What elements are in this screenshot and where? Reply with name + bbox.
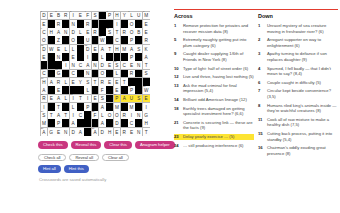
grid-cell[interactable]: S: [143, 70, 150, 78]
grid-cell[interactable]: 13D: [84, 45, 91, 53]
cell-letter: M: [122, 47, 126, 52]
clue-number: 1: [258, 23, 267, 29]
cell-letter: A: [42, 130, 45, 135]
clue-15D[interactable]: 15Cutting back process, putting it into …: [258, 131, 338, 142]
clue-24A[interactable]: 24… still producing interference (6): [174, 143, 254, 149]
grid-cell[interactable]: A: [99, 103, 106, 111]
grid-cell[interactable]: C: [70, 70, 77, 78]
grid-cell[interactable]: I: [143, 103, 150, 111]
across-clues-column: Across 1Remove protection for privates a…: [174, 13, 254, 151]
grid-cell[interactable]: S: [135, 45, 142, 53]
grid-cell[interactable]: E: [106, 78, 113, 86]
grid-cell[interactable]: S: [84, 78, 91, 86]
grid-cell[interactable]: R: [143, 36, 150, 44]
hint-all-button[interactable]: Hint all: [38, 165, 61, 173]
clue-number: 23: [174, 134, 183, 140]
cell-letter: I: [116, 22, 117, 27]
grid-cell[interactable]: 20W: [143, 86, 150, 94]
grid-cell[interactable]: 9C: [41, 28, 48, 36]
grid-cell[interactable]: C: [114, 36, 121, 44]
black-cell: [77, 86, 84, 94]
cell-letter: R: [93, 30, 96, 35]
grid-cell[interactable]: H: [114, 45, 121, 53]
grid-cell[interactable]: C: [77, 111, 84, 119]
cell-letter: E: [72, 55, 75, 60]
cell-letter: T: [115, 30, 118, 35]
clue-12A[interactable]: 12Live and thrive, having lost nothing (…: [174, 74, 254, 80]
grid-cell[interactable]: N: [92, 61, 99, 69]
clue-1A[interactable]: 1Remove protection for privates and reco…: [174, 23, 254, 34]
clue-number: 11: [258, 117, 267, 123]
grid-cell[interactable]: S: [92, 12, 99, 20]
grid-cell[interactable]: 17G: [55, 70, 62, 78]
down-clues-column: Down 1Unravel mystery of sea creature mo…: [258, 13, 338, 159]
cell-number: 7: [128, 11, 129, 14]
cell-number: 21: [41, 94, 44, 97]
grid-cell[interactable]: T: [77, 95, 84, 103]
cell-letter: E: [130, 63, 133, 68]
black-cell: [99, 20, 106, 28]
grid-cell[interactable]: H: [143, 119, 150, 127]
grid-cell[interactable]: N: [135, 128, 142, 136]
clue-16D[interactable]: 16Chairman's oddly exuding great presenc…: [258, 145, 338, 156]
grid-cell[interactable]: G: [48, 128, 55, 136]
clue-8D[interactable]: 8Humans riled king's animals inside — th…: [258, 103, 338, 114]
grid-cell[interactable]: Y: [77, 78, 84, 86]
grid-cell[interactable]: R: [62, 12, 69, 20]
grid-cell[interactable]: 14I: [62, 61, 69, 69]
grid-cell[interactable]: A: [77, 128, 84, 136]
grid-cell[interactable]: 26A: [41, 128, 48, 136]
grid-cell[interactable]: O: [70, 36, 77, 44]
clue-text: … still producing interference (6): [183, 143, 254, 149]
cell-letter: H: [115, 47, 118, 52]
grid-cell[interactable]: T: [62, 111, 69, 119]
grid-cell[interactable]: E: [143, 20, 150, 28]
cell-number: 4: [84, 11, 85, 14]
grid-cell[interactable]: A: [70, 119, 77, 127]
grid-cell[interactable]: T: [143, 61, 150, 69]
black-cell: [92, 86, 99, 94]
grid-cell[interactable]: E: [92, 45, 99, 53]
grid-cell[interactable]: 6H: [114, 12, 121, 20]
cell-letter: P: [108, 13, 111, 18]
grid-cell[interactable]: T: [48, 111, 55, 119]
grid-cell[interactable]: A: [55, 111, 62, 119]
grid-cell[interactable]: R: [55, 78, 62, 86]
grid-cell[interactable]: R: [128, 70, 135, 78]
black-cell: [48, 103, 55, 111]
black-cell: [84, 128, 91, 136]
clue-number: 9: [174, 51, 183, 57]
cell-letter: E: [42, 22, 45, 27]
grid-cell[interactable]: L: [70, 45, 77, 53]
cell-letter: H: [42, 80, 45, 85]
grid-cell[interactable]: T: [121, 78, 128, 86]
grid-cell[interactable]: O: [106, 111, 113, 119]
cell-number: 5: [106, 11, 107, 14]
black-cell: [106, 119, 113, 127]
grid-cell[interactable]: 8M: [143, 12, 150, 20]
grid-cell[interactable]: R: [55, 20, 62, 28]
grid-cell[interactable]: N: [62, 128, 69, 136]
cell-letter: L: [64, 80, 67, 85]
grid-cell[interactable]: A: [55, 95, 62, 103]
grid-cell[interactable]: D: [70, 28, 77, 36]
cell-letter: E: [145, 96, 148, 101]
grid-cell[interactable]: A: [55, 28, 62, 36]
black-cell: [92, 53, 99, 61]
cell-letter: E: [57, 88, 60, 93]
cell-letter: O: [71, 38, 75, 43]
clue-7D[interactable]: 7Circular kept beside convenience? (3,5): [258, 88, 338, 99]
grid-cell[interactable]: 2B: [55, 12, 62, 20]
grid-cell[interactable]: D: [70, 128, 77, 136]
grid-cell[interactable]: 15S: [114, 61, 121, 69]
grid-cell[interactable]: L: [99, 53, 106, 61]
crossword-grid[interactable]: 1DE2BR3IE4FS5P6HY7LU8MERNRIOE9CHANDLER10…: [40, 11, 150, 136]
cell-letter: T: [94, 80, 97, 85]
grid-cell[interactable]: E: [70, 78, 77, 86]
grid-cell[interactable]: A: [48, 78, 55, 86]
grid-cell[interactable]: N: [62, 28, 69, 36]
grid-cell[interactable]: A: [99, 119, 106, 127]
grid-cell[interactable]: 23P: [114, 95, 121, 103]
clue-text: Spurned, I fell badly — that I didn't me…: [267, 66, 338, 77]
grid-cell[interactable]: E: [77, 12, 84, 20]
clue-number: 2: [258, 37, 267, 43]
cell-letter: S: [108, 30, 111, 35]
cell-letter: B: [137, 30, 140, 35]
cell-letter: R: [101, 80, 104, 85]
grid-cell[interactable]: K: [143, 45, 150, 53]
cell-letter: L: [101, 113, 104, 118]
cell-letter: T: [145, 130, 148, 135]
grid-cell[interactable]: T: [106, 45, 113, 53]
grid-cell[interactable]: H: [106, 128, 113, 136]
grid-cell[interactable]: L: [62, 78, 69, 86]
hint-this-button[interactable]: Hint this: [64, 165, 89, 173]
clue-number: 5: [174, 37, 183, 43]
cell-letter: O: [108, 113, 112, 118]
grid-cell[interactable]: I: [84, 53, 91, 61]
grid-cell[interactable]: R: [84, 20, 91, 28]
cell-letter: R: [123, 130, 126, 135]
reveal-all-button[interactable]: Reveal all: [69, 154, 99, 161]
grid-cell[interactable]: M: [114, 103, 121, 111]
cell-letter: P: [130, 38, 133, 43]
grid-cell[interactable]: T: [92, 78, 99, 86]
grid-cell[interactable]: D: [99, 128, 106, 136]
grid-cell[interactable]: C: [121, 61, 128, 69]
grid-cell[interactable]: Y: [121, 12, 128, 20]
grid-cell[interactable]: L: [62, 95, 69, 103]
grid-cell[interactable]: C: [77, 61, 84, 69]
grid-cell[interactable]: E: [143, 28, 150, 36]
grid-cell[interactable]: L: [62, 45, 69, 53]
cell-letter: S: [115, 63, 118, 68]
cell-letter: N: [57, 55, 60, 60]
cell-letter: W: [144, 88, 148, 93]
grid-cell[interactable]: A: [121, 95, 128, 103]
grid-cell[interactable]: U: [135, 12, 142, 20]
grid-cell[interactable]: R: [99, 78, 106, 86]
grid-cell[interactable]: R: [121, 111, 128, 119]
cell-number: 16: [41, 69, 44, 72]
grid-cell[interactable]: E: [143, 95, 150, 103]
grid-cell[interactable]: E: [70, 53, 77, 61]
cell-letter: E: [108, 63, 111, 68]
grid-cell[interactable]: P: [84, 103, 91, 111]
clue-23A[interactable]: 23Delay yearly exercise … (5): [174, 134, 254, 140]
grid-cell[interactable]: 21R: [41, 95, 48, 103]
grid-cell[interactable]: E: [114, 128, 121, 136]
check-all-button[interactable]: Check all: [38, 154, 66, 161]
clue-2D[interactable]: 2Arrogant supporter on way to enlightenm…: [258, 37, 338, 48]
grid-cell[interactable]: W: [48, 45, 55, 53]
cell-number: 22: [70, 94, 73, 97]
reveal-this-button[interactable]: Reveal this: [71, 141, 102, 149]
clue-text: Delay yearly exercise … (5): [183, 134, 254, 140]
cell-letter: G: [57, 71, 61, 76]
clue-text: Circular kept beside convenience? (3,5): [267, 88, 338, 99]
clue-21A[interactable]: 21Concrete is securing link — these are …: [174, 120, 254, 131]
grid-cell[interactable]: E: [92, 95, 99, 103]
grid-cell[interactable]: R: [92, 28, 99, 36]
grid-cell[interactable]: 5P: [106, 12, 113, 20]
cell-letter: C: [130, 121, 133, 126]
grid-cell[interactable]: I: [128, 111, 135, 119]
grid-cell[interactable]: I: [84, 95, 91, 103]
black-cell: [99, 12, 106, 20]
grid-cell[interactable]: E: [55, 86, 62, 94]
black-cell: [62, 119, 69, 127]
cell-letter: O: [100, 71, 104, 76]
grid-cell[interactable]: 24S: [41, 111, 48, 119]
grid-cell[interactable]: 18H: [41, 78, 48, 86]
cell-number: 3: [70, 11, 71, 14]
black-cell: [121, 53, 128, 61]
clue-text: Chairman's oddly exuding great presence …: [267, 145, 338, 156]
grid-cell[interactable]: R: [121, 28, 128, 36]
cell-number: 15: [114, 61, 117, 64]
clue-text: Concrete is securing link — these are th…: [183, 120, 254, 131]
black-cell: [121, 103, 128, 111]
grid-cell[interactable]: Z: [55, 36, 62, 44]
clue-10A[interactable]: 10Type of light: half of street order (6…: [174, 66, 254, 72]
cell-letter: Y: [123, 13, 126, 18]
grid-cell[interactable]: T: [114, 28, 121, 36]
anagram-helper-button[interactable]: Anagram helper: [135, 141, 175, 149]
clue-11D[interactable]: 11Cook all of raw mixture to make a heal…: [258, 117, 338, 128]
clue-number: 16: [258, 145, 267, 151]
clue-number: 13: [174, 83, 183, 89]
black-cell: [48, 70, 55, 78]
black-cell: [48, 53, 55, 61]
clue-4D[interactable]: 4Spurned, I fell badly — that I didn't m…: [258, 66, 338, 77]
grid-cell[interactable]: S: [135, 95, 142, 103]
cell-letter: T: [108, 47, 111, 52]
cell-letter: S: [137, 47, 140, 52]
grid-cell[interactable]: O: [128, 28, 135, 36]
clue-9A[interactable]: 9Caught dealer supplying 1/6th of Friend…: [174, 51, 254, 62]
cell-letter: A: [101, 105, 104, 110]
autosave-note: Crosswords are saved automatically: [39, 177, 106, 182]
cell-letter: P: [130, 88, 133, 93]
grid-cell[interactable]: 1D: [41, 12, 48, 20]
grid-cell[interactable]: 12D: [41, 45, 48, 53]
cell-letter: S: [93, 13, 96, 18]
grid-cell[interactable]: N: [135, 61, 142, 69]
cell-number: 6: [114, 11, 115, 14]
grid-cell[interactable]: 7L: [128, 12, 135, 20]
black-cell: [48, 20, 55, 28]
across-heading: Across: [174, 13, 254, 19]
grid-cell[interactable]: N: [135, 111, 142, 119]
grid-cell[interactable]: I: [114, 20, 121, 28]
grid-cell[interactable]: N: [70, 61, 77, 69]
grid-cell[interactable]: 3I: [70, 12, 77, 20]
cell-letter: I: [131, 113, 132, 118]
cell-letter: C: [79, 113, 82, 118]
grid-cell[interactable]: P: [128, 53, 135, 61]
clear-all-button[interactable]: Clear all: [102, 154, 129, 161]
cell-letter: A: [101, 47, 104, 52]
cell-letter: U: [86, 38, 89, 43]
grid-cell[interactable]: E: [55, 45, 62, 53]
grid-cell[interactable]: E: [106, 61, 113, 69]
grid-cell[interactable]: G: [143, 111, 150, 119]
grid-cell[interactable]: T: [55, 103, 62, 111]
cell-letter: A: [57, 96, 60, 101]
cell-number: 14: [63, 61, 66, 64]
grid-cell[interactable]: D: [114, 119, 121, 127]
cell-letter: H: [144, 121, 147, 126]
black-cell: [106, 95, 113, 103]
cell-number: 11: [99, 36, 101, 39]
grid-cell[interactable]: A: [143, 53, 150, 61]
cell-letter: B: [57, 13, 60, 18]
grid-cell[interactable]: M: [121, 45, 128, 53]
cell-letter: D: [86, 47, 89, 52]
grid-cell[interactable]: 19P: [128, 86, 135, 94]
cell-letter: N: [71, 22, 74, 27]
cell-letter: U: [137, 13, 140, 18]
grid-cell[interactable]: L: [114, 70, 121, 78]
cell-letter: C: [123, 63, 126, 68]
black-cell: [77, 119, 84, 127]
clue-1D[interactable]: 1Unravel mystery of sea creature moving …: [258, 23, 338, 34]
grid-cell[interactable]: E: [55, 128, 62, 136]
grid-cell[interactable]: C: [128, 119, 135, 127]
grid-cell[interactable]: A: [84, 61, 91, 69]
grid-cell[interactable]: 27A: [92, 128, 99, 136]
clue-5A[interactable]: 5Extremely naughty getting put into plum…: [174, 37, 254, 48]
cell-letter: K: [145, 47, 148, 52]
cell-number: 25: [92, 111, 95, 114]
grid-cell[interactable]: E: [48, 12, 55, 20]
cell-letter: R: [57, 22, 60, 27]
grid-cell[interactable]: E: [41, 53, 48, 61]
clue-3D[interactable]: 3Apathy turning to defiance if son repla…: [258, 51, 338, 62]
grid-cell[interactable]: M: [128, 103, 135, 111]
clue-number: 15: [258, 131, 267, 137]
cell-letter: P: [115, 96, 118, 101]
cell-letter: I: [72, 13, 73, 18]
clue-number: 24: [174, 143, 183, 149]
grid-cell[interactable]: L: [70, 103, 77, 111]
grid-cell[interactable]: N: [84, 70, 91, 78]
grid-cell[interactable]: I: [70, 111, 77, 119]
grid-cell[interactable]: E: [128, 61, 135, 69]
grid-cell[interactable]: 4F: [84, 12, 91, 20]
grid-cell[interactable]: L: [84, 86, 91, 94]
grid-cell[interactable]: 11W: [99, 36, 106, 44]
grid-cell[interactable]: H: [48, 28, 55, 36]
black-cell: [77, 70, 84, 78]
black-cell: [77, 36, 84, 44]
clue-18A[interactable]: 18Earthly trees damaged on getting speci…: [174, 106, 254, 117]
grid-cell[interactable]: T: [143, 128, 150, 136]
grid-cell[interactable]: D: [99, 61, 106, 69]
clue-14A[interactable]: 14Brilliant odd American lineage (12): [174, 97, 254, 103]
grid-cell[interactable]: A: [128, 45, 135, 53]
grid-cell[interactable]: 22I: [70, 95, 77, 103]
grid-cell[interactable]: R: [121, 128, 128, 136]
cell-letter: D: [71, 130, 74, 135]
grid-cell[interactable]: B: [135, 28, 142, 36]
cell-letter: R: [57, 80, 60, 85]
grid-cell[interactable]: O: [114, 111, 121, 119]
black-cell: [62, 20, 69, 28]
grid-cell[interactable]: N: [70, 20, 77, 28]
black-cell: [121, 70, 128, 78]
grid-cell[interactable]: A: [99, 45, 106, 53]
clear-this-button[interactable]: Clear this: [104, 141, 132, 149]
grid-cell[interactable]: 10S: [106, 28, 113, 36]
clue-6D[interactable]: 6Couple caught in difficulty (5): [258, 80, 338, 86]
check-this-button[interactable]: Check this: [38, 141, 68, 149]
clue-text: Earthly trees damaged on getting special…: [183, 106, 254, 117]
cell-letter: D: [101, 130, 104, 135]
clue-text: Arrogant supporter on way to enlightenme…: [267, 37, 338, 48]
grid-cell[interactable]: P: [55, 119, 62, 127]
grid-cell[interactable]: E: [84, 28, 91, 36]
grid-cell[interactable]: F: [99, 86, 106, 94]
grid-cell[interactable]: P: [128, 36, 135, 44]
cell-number: 12: [41, 45, 44, 48]
grid-cell[interactable]: E: [128, 128, 135, 136]
cell-letter: A: [101, 121, 104, 126]
grid-cell[interactable]: E: [114, 78, 121, 86]
grid-cell[interactable]: L: [77, 28, 84, 36]
grid-cell[interactable]: U: [128, 95, 135, 103]
grid-cell[interactable]: L: [99, 111, 106, 119]
grid-cell[interactable]: O: [99, 70, 106, 78]
clue-13A[interactable]: 13Ask the mad criminal for final impress…: [174, 83, 254, 94]
black-cell: [62, 103, 69, 111]
grid-cell[interactable]: O: [128, 20, 135, 28]
grid-cell[interactable]: S: [99, 95, 106, 103]
grid-cell[interactable]: E: [48, 95, 55, 103]
cell-letter: D: [101, 63, 104, 68]
cell-letter: C: [42, 71, 45, 76]
cell-letter: N: [71, 63, 74, 68]
grid-cell[interactable]: 25F: [92, 111, 99, 119]
black-cell: [77, 20, 84, 28]
clue-number: 10: [174, 66, 183, 72]
grid-cell[interactable]: N: [55, 53, 62, 61]
